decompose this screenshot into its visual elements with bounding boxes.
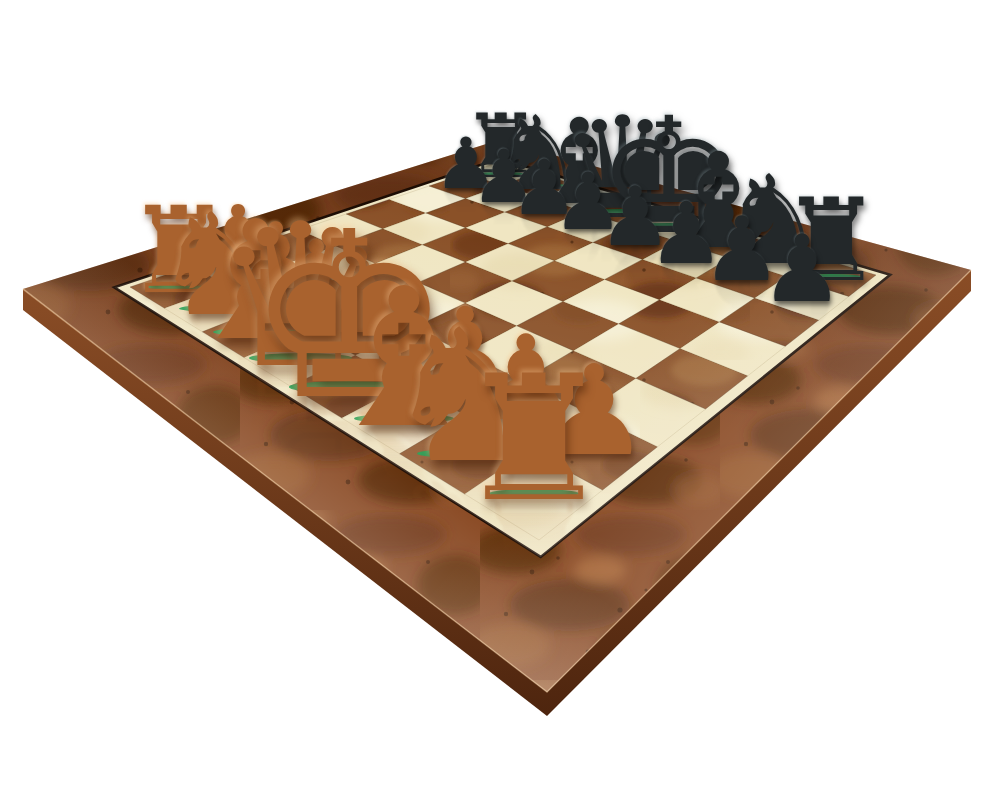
chessboard-product-photo: ♜♜♞♞♝♝♛♛♚♚♝♝♞♞♜♜♟♟♟♟♟♟♟♟♟♟♟♟♟♟♟♟♟♟♟♟♟♟♟♟… [0,0,1000,800]
chess-board [0,0,1000,800]
